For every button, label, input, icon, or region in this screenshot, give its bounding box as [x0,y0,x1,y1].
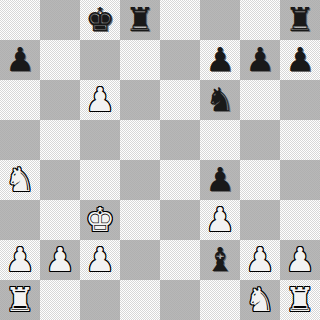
piece-white-rook: ♜ [5,280,35,320]
square-g8[interactable] [240,0,280,40]
piece-black-bishop: ♝ [205,240,235,280]
square-h3[interactable] [280,200,320,240]
square-c2[interactable]: ♟ [80,240,120,280]
square-a7[interactable]: ♟ [0,40,40,80]
square-f1[interactable] [200,280,240,320]
piece-black-knight: ♞ [205,80,235,120]
square-a1[interactable]: ♜ [0,280,40,320]
square-f4[interactable]: ♟ [200,160,240,200]
piece-black-pawn: ♟ [245,40,275,80]
square-g2[interactable]: ♟ [240,240,280,280]
chess-board: ♚♜♜♟♟♟♟♟♞♞♟♚♟♟♟♟♝♟♟♜♞♜ [0,0,320,320]
piece-black-pawn: ♟ [285,40,315,80]
square-f6[interactable]: ♞ [200,80,240,120]
square-a3[interactable] [0,200,40,240]
square-g7[interactable]: ♟ [240,40,280,80]
square-h7[interactable]: ♟ [280,40,320,80]
square-f5[interactable] [200,120,240,160]
square-e8[interactable] [160,0,200,40]
square-c8[interactable]: ♚ [80,0,120,40]
piece-white-pawn: ♟ [45,240,75,280]
square-b6[interactable] [40,80,80,120]
square-c4[interactable] [80,160,120,200]
piece-black-pawn: ♟ [205,160,235,200]
square-g6[interactable] [240,80,280,120]
square-h4[interactable] [280,160,320,200]
square-e6[interactable] [160,80,200,120]
square-e3[interactable] [160,200,200,240]
square-f2[interactable]: ♝ [200,240,240,280]
square-b8[interactable] [40,0,80,40]
square-c6[interactable]: ♟ [80,80,120,120]
square-d6[interactable] [120,80,160,120]
square-b3[interactable] [40,200,80,240]
square-d3[interactable] [120,200,160,240]
square-f8[interactable] [200,0,240,40]
square-a4[interactable]: ♞ [0,160,40,200]
square-a2[interactable]: ♟ [0,240,40,280]
piece-white-pawn: ♟ [5,240,35,280]
piece-black-pawn: ♟ [5,40,35,80]
square-a6[interactable] [0,80,40,120]
piece-white-pawn: ♟ [245,240,275,280]
square-e4[interactable] [160,160,200,200]
square-c5[interactable] [80,120,120,160]
square-e5[interactable] [160,120,200,160]
piece-white-king: ♚ [85,200,115,240]
square-h8[interactable]: ♜ [280,0,320,40]
piece-white-knight: ♞ [5,160,35,200]
piece-white-pawn: ♟ [285,240,315,280]
square-d1[interactable] [120,280,160,320]
square-b5[interactable] [40,120,80,160]
square-e2[interactable] [160,240,200,280]
square-b7[interactable] [40,40,80,80]
square-g1[interactable]: ♞ [240,280,280,320]
square-d8[interactable]: ♜ [120,0,160,40]
square-d4[interactable] [120,160,160,200]
piece-white-pawn: ♟ [85,240,115,280]
piece-black-rook: ♜ [285,0,315,40]
square-g3[interactable] [240,200,280,240]
square-g4[interactable] [240,160,280,200]
square-b2[interactable]: ♟ [40,240,80,280]
piece-white-rook: ♜ [285,280,315,320]
square-d5[interactable] [120,120,160,160]
square-a8[interactable] [0,0,40,40]
square-g5[interactable] [240,120,280,160]
piece-white-pawn: ♟ [205,200,235,240]
square-d7[interactable] [120,40,160,80]
square-f3[interactable]: ♟ [200,200,240,240]
square-c1[interactable] [80,280,120,320]
square-d2[interactable] [120,240,160,280]
square-e7[interactable] [160,40,200,80]
square-b4[interactable] [40,160,80,200]
square-e1[interactable] [160,280,200,320]
square-c3[interactable]: ♚ [80,200,120,240]
square-b1[interactable] [40,280,80,320]
piece-black-king: ♚ [85,0,115,40]
square-c7[interactable] [80,40,120,80]
square-h2[interactable]: ♟ [280,240,320,280]
square-h6[interactable] [280,80,320,120]
piece-black-pawn: ♟ [205,40,235,80]
square-f7[interactable]: ♟ [200,40,240,80]
square-h5[interactable] [280,120,320,160]
square-a5[interactable] [0,120,40,160]
square-h1[interactable]: ♜ [280,280,320,320]
piece-black-rook: ♜ [125,0,155,40]
piece-white-knight: ♞ [245,280,275,320]
piece-white-pawn: ♟ [85,80,115,120]
